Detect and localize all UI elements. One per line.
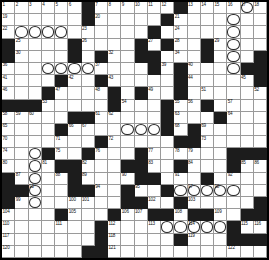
crossword-cell[interactable] <box>82 87 95 99</box>
crossword-cell[interactable] <box>82 234 95 246</box>
crossword-cell[interactable]: 111 <box>55 221 68 233</box>
crossword-cell[interactable]: 88 <box>55 173 68 185</box>
crossword-cell[interactable] <box>201 185 214 197</box>
crossword-cell[interactable]: 89 <box>82 173 95 185</box>
crossword-cell[interactable] <box>201 160 214 172</box>
crossword-cell[interactable] <box>15 26 28 38</box>
crossword-cell[interactable] <box>42 14 55 26</box>
crossword-cell[interactable] <box>55 14 68 26</box>
crossword-cell[interactable]: 95 <box>135 185 148 197</box>
crossword-cell[interactable] <box>42 63 55 75</box>
crossword-cell[interactable] <box>68 87 81 99</box>
crossword-cell[interactable] <box>135 14 148 26</box>
crossword-cell[interactable] <box>161 221 174 233</box>
crossword-cell[interactable] <box>188 14 201 26</box>
crossword-cell[interactable] <box>95 100 108 112</box>
crossword-cell[interactable]: 57 <box>227 100 240 112</box>
crossword-cell[interactable] <box>241 100 254 112</box>
crossword-cell[interactable]: 46 <box>2 87 15 99</box>
crossword-cell[interactable] <box>201 148 214 160</box>
crossword-cell[interactable]: 51 <box>201 87 214 99</box>
crossword-cell[interactable] <box>121 75 134 87</box>
crossword-cell[interactable]: 60 <box>29 112 42 124</box>
crossword-cell[interactable] <box>108 173 121 185</box>
crossword-cell[interactable]: 67 <box>82 124 95 136</box>
crossword-cell[interactable] <box>42 234 55 246</box>
crossword-cell[interactable]: 119 <box>188 234 201 246</box>
crossword-cell[interactable] <box>68 100 81 112</box>
crossword-cell[interactable] <box>214 14 227 26</box>
crossword-cell[interactable] <box>15 209 28 221</box>
crossword-cell[interactable] <box>241 26 254 38</box>
crossword-cell[interactable]: 104 <box>2 209 15 221</box>
crossword-cell[interactable] <box>55 185 68 197</box>
crossword-cell[interactable] <box>135 124 148 136</box>
crossword-cell[interactable]: 37 <box>95 63 108 75</box>
crossword-cell[interactable]: 78 <box>174 148 187 160</box>
crossword-cell[interactable] <box>201 26 214 38</box>
crossword-cell[interactable] <box>95 124 108 136</box>
crossword-cell[interactable] <box>254 100 267 112</box>
crossword-cell[interactable]: 58 <box>2 112 15 124</box>
crossword-cell[interactable] <box>108 39 121 51</box>
crossword-cell[interactable]: 70 <box>2 136 15 148</box>
crossword-cell[interactable] <box>29 209 42 221</box>
crossword-cell[interactable]: 52 <box>254 87 267 99</box>
crossword-cell[interactable] <box>29 197 42 209</box>
crossword-cell[interactable] <box>95 209 108 221</box>
crossword-cell[interactable]: 99 <box>15 197 28 209</box>
crossword-cell[interactable]: 47 <box>55 87 68 99</box>
crossword-cell[interactable]: 24 <box>174 26 187 38</box>
crossword-cell[interactable]: 73 <box>201 136 214 148</box>
crossword-cell[interactable] <box>108 160 121 172</box>
crossword-cell[interactable]: 72 <box>108 136 121 148</box>
crossword-cell[interactable] <box>148 234 161 246</box>
crossword-cell[interactable]: 93 <box>29 185 42 197</box>
crossword-cell[interactable] <box>135 26 148 38</box>
crossword-cell[interactable] <box>108 197 121 209</box>
crossword-cell[interactable] <box>254 39 267 51</box>
crossword-cell[interactable]: 62 <box>108 112 121 124</box>
crossword-cell[interactable]: 28 <box>174 39 187 51</box>
crossword-cell[interactable] <box>29 221 42 233</box>
crossword-cell[interactable] <box>15 14 28 26</box>
crossword-cell[interactable]: 19 <box>2 14 15 26</box>
crossword-cell[interactable] <box>161 160 174 172</box>
crossword-cell[interactable] <box>148 100 161 112</box>
crossword-cell[interactable] <box>135 100 148 112</box>
crossword-cell[interactable]: 98 <box>214 185 227 197</box>
crossword-cell[interactable] <box>42 75 55 87</box>
crossword-cell[interactable] <box>108 26 121 38</box>
crossword-cell[interactable] <box>227 136 240 148</box>
crossword-cell[interactable] <box>42 39 55 51</box>
crossword-cell[interactable] <box>201 246 214 258</box>
crossword-cell[interactable] <box>55 26 68 38</box>
crossword-cell[interactable] <box>82 221 95 233</box>
crossword-cell[interactable]: 110 <box>2 221 15 233</box>
crossword-cell[interactable]: 53 <box>42 100 55 112</box>
crossword-cell[interactable] <box>214 26 227 38</box>
crossword-cell[interactable] <box>201 63 214 75</box>
crossword-cell[interactable] <box>55 63 68 75</box>
crossword-cell[interactable] <box>188 51 201 63</box>
crossword-cell[interactable]: 40 <box>188 63 201 75</box>
crossword-cell[interactable] <box>241 51 254 63</box>
crossword-cell[interactable]: 9 <box>121 2 134 14</box>
crossword-cell[interactable] <box>174 221 187 233</box>
crossword-cell[interactable]: 74 <box>2 148 15 160</box>
crossword-cell[interactable] <box>227 87 240 99</box>
crossword-cell[interactable]: 26 <box>82 39 95 51</box>
crossword-cell[interactable]: 22 <box>2 26 15 38</box>
crossword-cell[interactable] <box>161 234 174 246</box>
crossword-cell[interactable]: 102 <box>148 197 161 209</box>
crossword-cell[interactable] <box>254 124 267 136</box>
crossword-cell[interactable] <box>121 51 134 63</box>
crossword-cell[interactable]: 42 <box>68 75 81 87</box>
crossword-cell[interactable] <box>121 87 134 99</box>
crossword-cell[interactable]: 14 <box>201 2 214 14</box>
crossword-cell[interactable] <box>201 197 214 209</box>
crossword-cell[interactable] <box>121 148 134 160</box>
crossword-cell[interactable]: 91 <box>174 173 187 185</box>
crossword-cell[interactable] <box>29 246 42 258</box>
crossword-cell[interactable] <box>135 246 148 258</box>
crossword-cell[interactable] <box>55 39 68 51</box>
crossword-cell[interactable] <box>15 87 28 99</box>
crossword-cell[interactable] <box>29 51 42 63</box>
crossword-cell[interactable]: 6 <box>68 2 81 14</box>
crossword-cell[interactable] <box>227 185 240 197</box>
crossword-cell[interactable] <box>241 136 254 148</box>
crossword-cell[interactable]: 100 <box>68 197 81 209</box>
crossword-cell[interactable] <box>29 124 42 136</box>
crossword-cell[interactable] <box>55 234 68 246</box>
crossword-cell[interactable] <box>55 112 68 124</box>
crossword-cell[interactable]: 21 <box>174 14 187 26</box>
crossword-cell[interactable]: 18 <box>254 2 267 14</box>
crossword-cell[interactable]: 71 <box>55 136 68 148</box>
crossword-cell[interactable] <box>42 221 55 233</box>
crossword-cell[interactable] <box>214 100 227 112</box>
crossword-cell[interactable]: 54 <box>121 100 134 112</box>
crossword-cell[interactable] <box>241 124 254 136</box>
crossword-cell[interactable]: 25 <box>15 39 28 51</box>
crossword-cell[interactable]: 68 <box>174 124 187 136</box>
crossword-cell[interactable] <box>188 173 201 185</box>
crossword-cell[interactable]: 29 <box>214 39 227 51</box>
crossword-cell[interactable] <box>55 100 68 112</box>
crossword-cell[interactable] <box>201 221 214 233</box>
crossword-cell[interactable] <box>29 14 42 26</box>
crossword-cell[interactable] <box>121 14 134 26</box>
crossword-cell[interactable] <box>148 124 161 136</box>
crossword-cell[interactable]: 17 <box>241 2 254 14</box>
crossword-cell[interactable]: 97 <box>188 185 201 197</box>
crossword-cell[interactable] <box>227 124 240 136</box>
crossword-cell[interactable] <box>15 246 28 258</box>
crossword-cell[interactable]: 32 <box>108 51 121 63</box>
crossword-cell[interactable] <box>161 173 174 185</box>
crossword-cell[interactable] <box>241 185 254 197</box>
crossword-cell[interactable]: 15 <box>214 2 227 14</box>
crossword-cell[interactable] <box>161 246 174 258</box>
crossword-cell[interactable] <box>148 14 161 26</box>
crossword-cell[interactable] <box>55 51 68 63</box>
crossword-cell[interactable] <box>82 100 95 112</box>
crossword-cell[interactable]: 121 <box>108 246 121 258</box>
crossword-cell[interactable]: 55 <box>174 100 187 112</box>
crossword-cell[interactable] <box>227 26 240 38</box>
crossword-cell[interactable]: 109 <box>214 209 227 221</box>
crossword-cell[interactable] <box>108 63 121 75</box>
crossword-cell[interactable] <box>214 75 227 87</box>
crossword-cell[interactable]: 34 <box>174 51 187 63</box>
crossword-cell[interactable] <box>227 14 240 26</box>
crossword-cell[interactable] <box>241 246 254 258</box>
crossword-cell[interactable] <box>29 39 42 51</box>
crossword-cell[interactable]: 117 <box>2 234 15 246</box>
crossword-cell[interactable] <box>29 173 42 185</box>
crossword-cell[interactable]: 65 <box>2 124 15 136</box>
crossword-cell[interactable] <box>241 112 254 124</box>
crossword-cell[interactable] <box>121 234 134 246</box>
crossword-cell[interactable] <box>55 197 68 209</box>
crossword-cell[interactable] <box>161 87 174 99</box>
crossword-cell[interactable] <box>108 124 121 136</box>
crossword-cell[interactable] <box>95 39 108 51</box>
crossword-cell[interactable]: 94 <box>95 185 108 197</box>
crossword-cell[interactable] <box>15 234 28 246</box>
crossword-cell[interactable] <box>161 75 174 87</box>
crossword-cell[interactable] <box>108 148 121 160</box>
crossword-cell[interactable]: 108 <box>174 209 187 221</box>
crossword-cell[interactable]: 7 <box>95 2 108 14</box>
crossword-cell[interactable] <box>241 14 254 26</box>
crossword-cell[interactable]: 12 <box>161 2 174 14</box>
crossword-cell[interactable] <box>29 63 42 75</box>
crossword-cell[interactable] <box>254 173 267 185</box>
crossword-cell[interactable] <box>241 197 254 209</box>
crossword-cell[interactable] <box>214 51 227 63</box>
crossword-cell[interactable] <box>121 246 134 258</box>
crossword-cell[interactable]: 76 <box>95 148 108 160</box>
crossword-cell[interactable] <box>29 26 42 38</box>
crossword-cell[interactable] <box>29 75 42 87</box>
crossword-cell[interactable] <box>42 173 55 185</box>
crossword-cell[interactable] <box>214 160 227 172</box>
crossword-cell[interactable] <box>121 112 134 124</box>
crossword-cell[interactable] <box>42 136 55 148</box>
crossword-cell[interactable] <box>15 124 28 136</box>
crossword-cell[interactable] <box>15 148 28 160</box>
crossword-cell[interactable]: 16 <box>227 2 240 14</box>
crossword-cell[interactable] <box>254 185 267 197</box>
crossword-cell[interactable]: 23 <box>82 26 95 38</box>
crossword-cell[interactable] <box>254 246 267 258</box>
crossword-cell[interactable]: 86 <box>254 160 267 172</box>
crossword-cell[interactable] <box>108 14 121 26</box>
crossword-cell[interactable] <box>15 75 28 87</box>
crossword-cell[interactable]: 92 <box>227 173 240 185</box>
crossword-cell[interactable]: 77 <box>148 148 161 160</box>
crossword-cell[interactable]: 8 <box>108 2 121 14</box>
crossword-cell[interactable]: 75 <box>55 148 68 160</box>
crossword-cell[interactable]: 81 <box>42 160 55 172</box>
crossword-cell[interactable] <box>214 221 227 233</box>
crossword-cell[interactable]: 115 <box>241 221 254 233</box>
crossword-cell[interactable] <box>161 26 174 38</box>
crossword-cell[interactable]: 118 <box>108 234 121 246</box>
crossword-cell[interactable] <box>188 87 201 99</box>
crossword-cell[interactable]: 85 <box>241 160 254 172</box>
crossword-cell[interactable] <box>254 112 267 124</box>
crossword-cell[interactable] <box>227 197 240 209</box>
crossword-cell[interactable] <box>15 160 28 172</box>
crossword-cell[interactable] <box>82 63 95 75</box>
crossword-cell[interactable] <box>214 63 227 75</box>
crossword-cell[interactable] <box>82 136 95 148</box>
crossword-cell[interactable] <box>188 26 201 38</box>
crossword-cell[interactable]: 103 <box>188 197 201 209</box>
crossword-cell[interactable] <box>214 173 227 185</box>
crossword-cell[interactable] <box>188 39 201 51</box>
crossword-cell[interactable] <box>214 234 227 246</box>
crossword-cell[interactable]: 113 <box>148 221 161 233</box>
crossword-cell[interactable] <box>174 185 187 197</box>
crossword-cell[interactable] <box>241 39 254 51</box>
crossword-cell[interactable] <box>148 185 161 197</box>
crossword-cell[interactable]: 39 <box>161 63 174 75</box>
crossword-cell[interactable] <box>121 124 134 136</box>
crossword-cell[interactable] <box>42 51 55 63</box>
crossword-cell[interactable]: 64 <box>227 112 240 124</box>
crossword-cell[interactable] <box>68 136 81 148</box>
crossword-cell[interactable] <box>15 63 28 75</box>
crossword-cell[interactable]: 4 <box>42 2 55 14</box>
crossword-cell[interactable] <box>95 173 108 185</box>
crossword-cell[interactable] <box>135 112 148 124</box>
crossword-cell[interactable]: 11 <box>148 2 161 14</box>
crossword-cell[interactable]: 82 <box>82 160 95 172</box>
crossword-cell[interactable]: 114 <box>188 221 201 233</box>
crossword-cell[interactable]: 107 <box>135 209 148 221</box>
crossword-cell[interactable] <box>161 51 174 63</box>
crossword-cell[interactable] <box>201 75 214 87</box>
crossword-cell[interactable]: 20 <box>95 14 108 26</box>
crossword-cell[interactable] <box>214 246 227 258</box>
crossword-cell[interactable] <box>254 136 267 148</box>
crossword-cell[interactable] <box>15 221 28 233</box>
crossword-cell[interactable] <box>42 26 55 38</box>
crossword-cell[interactable]: 3 <box>29 2 42 14</box>
crossword-cell[interactable]: 106 <box>121 209 134 221</box>
crossword-cell[interactable] <box>68 63 81 75</box>
crossword-cell[interactable]: 80 <box>2 160 15 172</box>
crossword-cell[interactable] <box>55 246 68 258</box>
crossword-cell[interactable] <box>121 63 134 75</box>
crossword-cell[interactable] <box>68 234 81 246</box>
crossword-cell[interactable]: 90 <box>121 173 134 185</box>
crossword-cell[interactable] <box>42 185 55 197</box>
crossword-cell[interactable]: 59 <box>15 112 28 124</box>
crossword-cell[interactable]: 105 <box>68 209 81 221</box>
crossword-cell[interactable]: 69 <box>201 124 214 136</box>
crossword-cell[interactable] <box>174 246 187 258</box>
crossword-cell[interactable]: 66 <box>68 124 81 136</box>
crossword-cell[interactable] <box>95 26 108 38</box>
crossword-cell[interactable]: 112 <box>108 221 121 233</box>
crossword-cell[interactable] <box>254 14 267 26</box>
crossword-cell[interactable] <box>68 26 81 38</box>
crossword-cell[interactable] <box>29 234 42 246</box>
crossword-cell[interactable]: 10 <box>135 2 148 14</box>
crossword-cell[interactable]: 1 <box>2 2 15 14</box>
crossword-cell[interactable] <box>188 246 201 258</box>
crossword-cell[interactable] <box>148 75 161 87</box>
crossword-cell[interactable] <box>214 124 227 136</box>
crossword-cell[interactable] <box>121 26 134 38</box>
crossword-cell[interactable] <box>148 136 161 148</box>
crossword-cell[interactable] <box>42 112 55 124</box>
crossword-cell[interactable] <box>135 75 148 87</box>
crossword-cell[interactable] <box>227 39 240 51</box>
crossword-cell[interactable] <box>135 63 148 75</box>
crossword-cell[interactable]: 13 <box>188 2 201 14</box>
crossword-cell[interactable] <box>201 14 214 26</box>
crossword-cell[interactable]: 49 <box>148 87 161 99</box>
crossword-cell[interactable] <box>161 197 174 209</box>
crossword-cell[interactable] <box>227 63 240 75</box>
crossword-cell[interactable] <box>29 87 42 99</box>
crossword-cell[interactable] <box>135 221 148 233</box>
crossword-cell[interactable] <box>227 51 240 63</box>
crossword-cell[interactable] <box>214 148 227 160</box>
crossword-cell[interactable] <box>68 246 81 258</box>
crossword-cell[interactable] <box>82 209 95 221</box>
crossword-cell[interactable] <box>121 39 134 51</box>
crossword-cell[interactable]: 27 <box>148 39 161 51</box>
crossword-cell[interactable] <box>201 112 214 124</box>
crossword-cell[interactable]: 43 <box>108 75 121 87</box>
crossword-cell[interactable] <box>214 197 227 209</box>
crossword-cell[interactable]: 61 <box>95 112 108 124</box>
crossword-cell[interactable] <box>29 160 42 172</box>
crossword-cell[interactable] <box>214 87 227 99</box>
crossword-cell[interactable]: 2 <box>15 2 28 14</box>
crossword-cell[interactable] <box>42 246 55 258</box>
crossword-cell[interactable] <box>188 112 201 124</box>
crossword-cell[interactable]: 116 <box>254 221 267 233</box>
crossword-cell[interactable] <box>214 136 227 148</box>
crossword-cell[interactable] <box>148 112 161 124</box>
crossword-cell[interactable] <box>201 234 214 246</box>
crossword-cell[interactable]: 56 <box>188 100 201 112</box>
crossword-cell[interactable] <box>82 51 95 63</box>
crossword-cell[interactable] <box>121 221 134 233</box>
crossword-cell[interactable] <box>82 75 95 87</box>
crossword-cell[interactable] <box>135 136 148 148</box>
crossword-cell[interactable] <box>121 136 134 148</box>
crossword-cell[interactable] <box>29 148 42 160</box>
crossword-cell[interactable] <box>161 148 174 160</box>
crossword-cell[interactable]: 84 <box>188 160 201 172</box>
crossword-cell[interactable] <box>42 209 55 221</box>
crossword-cell[interactable]: 63 <box>174 112 187 124</box>
crossword-cell[interactable]: 48 <box>95 87 108 99</box>
